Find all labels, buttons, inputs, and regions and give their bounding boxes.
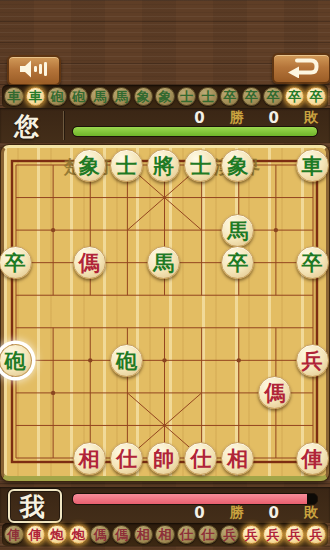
board-piece-帥-r9c4[interactable]: 帥 <box>147 442 180 475</box>
tray-piece-卒: 卒 <box>242 87 262 107</box>
tray-piece-兵-captured: 兵 <box>263 525 283 545</box>
speaker-icon <box>17 58 51 84</box>
tray-piece-傌: 傌 <box>90 525 110 545</box>
tray-piece-卒-captured: 卒 <box>306 87 326 107</box>
opponent-losses: 0 <box>269 109 279 127</box>
board-piece-卒-r3c8[interactable]: 卒 <box>296 246 329 279</box>
board-piece-砲-r6c3[interactable]: 砲 <box>110 344 143 377</box>
board-piece-象-r0c6[interactable]: 象 <box>221 149 254 182</box>
tray-piece-兵-captured: 兵 <box>306 525 326 545</box>
board-piece-傌-r3c2[interactable]: 傌 <box>73 246 106 279</box>
tray-piece-象: 象 <box>134 87 154 107</box>
tray-piece-卒-captured: 卒 <box>285 87 305 107</box>
tray-piece-卒: 卒 <box>263 87 283 107</box>
board-piece-馬-r2c6[interactable]: 馬 <box>221 214 254 247</box>
tray-piece-仕: 仕 <box>198 525 218 545</box>
tray-piece-俥-captured: 俥 <box>26 525 46 545</box>
board-piece-砲-r6c0[interactable]: 砲 <box>0 344 32 377</box>
tray-piece-車: 車 <box>4 87 24 107</box>
tray-piece-馬: 馬 <box>112 87 132 107</box>
tray-piece-俥: 俥 <box>4 525 24 545</box>
board-piece-卒-r3c0[interactable]: 卒 <box>0 246 32 279</box>
tray-piece-象: 象 <box>155 87 175 107</box>
tray-piece-兵-captured: 兵 <box>242 525 262 545</box>
board-piece-兵-r6c8[interactable]: 兵 <box>296 344 329 377</box>
tray-piece-馬: 馬 <box>90 87 110 107</box>
board-piece-馬-r3c4[interactable]: 馬 <box>147 246 180 279</box>
tray-piece-砲: 砲 <box>47 87 67 107</box>
player-capture-tray: 俥俥炮炮傌傌相相仕仕兵兵兵兵兵 <box>2 523 328 546</box>
tray-piece-車-captured: 車 <box>26 87 46 107</box>
player-progress-bar <box>72 493 318 505</box>
tray-piece-炮-captured: 炮 <box>69 525 89 545</box>
tray-piece-傌: 傌 <box>112 525 132 545</box>
sound-button[interactable] <box>7 55 61 86</box>
player-losses-label: 敗 <box>304 504 318 522</box>
tray-piece-仕: 仕 <box>177 525 197 545</box>
board-piece-仕-r9c3[interactable]: 仕 <box>110 442 143 475</box>
board-piece-士-r0c5[interactable]: 士 <box>184 149 217 182</box>
opponent-capture-tray: 車車砲砲馬馬象象士士卒卒卒卒卒 <box>2 85 328 108</box>
opponent-score: 0 勝 0 敗 <box>160 109 318 127</box>
board-piece-相-r9c6[interactable]: 相 <box>221 442 254 475</box>
tray-piece-炮-captured: 炮 <box>47 525 67 545</box>
player-wins: 0 <box>194 504 204 522</box>
board-piece-仕-r9c5[interactable]: 仕 <box>184 442 217 475</box>
return-arrow-icon <box>284 56 320 82</box>
board-piece-象-r0c2[interactable]: 象 <box>73 149 106 182</box>
back-button[interactable] <box>272 53 330 84</box>
opponent-name: 您 <box>14 114 39 139</box>
tray-piece-砲: 砲 <box>69 87 89 107</box>
panel-divider <box>63 111 64 140</box>
player-name: 我 <box>20 494 45 519</box>
tray-piece-卒: 卒 <box>220 87 240 107</box>
tray-piece-士: 士 <box>198 87 218 107</box>
player-score: 0 勝 0 敗 <box>160 504 318 522</box>
opponent-wins: 0 <box>194 109 204 127</box>
opponent-progress-bar <box>72 126 318 137</box>
opponent-losses-label: 敗 <box>304 109 318 127</box>
tray-piece-相: 相 <box>155 525 175 545</box>
board-grid <box>1 145 330 481</box>
board-piece-將-r0c4[interactable]: 將 <box>147 149 180 182</box>
xiangqi-board[interactable] <box>1 145 329 481</box>
player-losses: 0 <box>269 504 279 522</box>
board-piece-俥-r9c8[interactable]: 俥 <box>296 442 329 475</box>
board-piece-相-r9c2[interactable]: 相 <box>73 442 106 475</box>
board-piece-士-r0c3[interactable]: 士 <box>110 149 143 182</box>
app-background: 車車砲砲馬馬象象士士卒卒卒卒卒 您 0 勝 0 敗 楚河 漢界 象士將士象車馬卒… <box>0 0 330 550</box>
tray-piece-兵-captured: 兵 <box>285 525 305 545</box>
tray-piece-兵: 兵 <box>220 525 240 545</box>
player-wins-label: 勝 <box>230 504 244 522</box>
tray-piece-相: 相 <box>134 525 154 545</box>
opponent-wins-label: 勝 <box>230 109 244 127</box>
tray-piece-士: 士 <box>177 87 197 107</box>
board-piece-車-r0c8[interactable]: 車 <box>296 149 329 182</box>
